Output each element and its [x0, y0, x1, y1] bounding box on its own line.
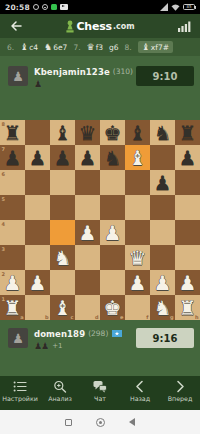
square-g7[interactable]	[150, 145, 175, 170]
avatar-pawn-icon: ♟	[12, 332, 24, 345]
android-back-button[interactable]	[129, 418, 135, 426]
square-f8[interactable]: ♝	[125, 120, 150, 145]
bishop-move-icon: ♝	[20, 43, 28, 52]
somalia-flag-icon	[112, 330, 122, 337]
square-b4[interactable]	[25, 220, 50, 245]
chat-bubbles-icon	[93, 380, 107, 393]
material-score: +1	[52, 342, 62, 350]
piece-white-pawn-a2[interactable]: ♟	[4, 273, 22, 293]
video-player-icon	[60, 4, 68, 10]
tab-forward-label: Вперед	[168, 395, 193, 402]
android-recents-button[interactable]	[65, 419, 72, 426]
piece-black-bishop-f8[interactable]: ♝	[129, 123, 147, 143]
square-c2[interactable]	[50, 270, 75, 295]
square-c5[interactable]	[50, 195, 75, 220]
piece-black-pawn-b7[interactable]: ♟	[29, 148, 47, 168]
top-captured-pieces: ♟	[34, 79, 147, 89]
square-e1[interactable]: e♚	[100, 295, 125, 320]
bottom-player-avatar[interactable]: ♟	[8, 328, 28, 348]
piece-white-pawn-e4[interactable]: ♟	[104, 223, 122, 243]
battery-percent: 85	[186, 4, 191, 9]
square-h6[interactable]	[175, 170, 200, 195]
move[interactable]: ♛f3	[87, 43, 104, 52]
piece-black-knight-e7[interactable]: ♞	[104, 148, 122, 168]
square-d4[interactable]: ♟	[75, 220, 100, 245]
square-b8[interactable]	[25, 120, 50, 145]
square-d6[interactable]	[75, 170, 100, 195]
screen-record-icon	[51, 4, 57, 10]
rank-label-4: 4	[2, 221, 5, 227]
file-label-d: d	[95, 314, 99, 320]
piece-white-pawn-f2[interactable]: ♟	[129, 273, 147, 293]
wifi-icon	[171, 3, 180, 11]
knight-move-icon: ♞	[44, 43, 52, 52]
move-text: g6	[109, 43, 119, 52]
square-h3[interactable]	[175, 245, 200, 270]
square-b1[interactable]: b	[25, 295, 50, 320]
square-f3[interactable]: ♛	[125, 245, 150, 270]
square-g8[interactable]: ♞	[150, 120, 175, 145]
square-a7[interactable]: 7♟	[0, 145, 25, 170]
chevron-left-icon	[133, 380, 147, 393]
dnd-icon	[42, 4, 48, 10]
tab-chat[interactable]: Чат	[80, 380, 120, 410]
square-g5[interactable]	[150, 195, 175, 220]
piece-white-knight-g1[interactable]: ♞	[154, 298, 172, 318]
move-text: f3	[96, 43, 103, 52]
piece-white-pawn-d4[interactable]: ♟	[79, 223, 97, 243]
square-e6[interactable]	[100, 170, 125, 195]
file-label-e: e	[120, 314, 123, 320]
move-text: 6e7	[53, 43, 67, 52]
rank-label-3: 3	[2, 246, 5, 252]
back-arrow-icon	[9, 20, 23, 32]
piece-black-rook-h8[interactable]: ♜	[179, 123, 197, 143]
rank-label-5: 5	[2, 196, 5, 202]
android-home-button[interactable]	[96, 418, 105, 427]
rank-label-7: 7	[2, 146, 5, 152]
square-f1[interactable]: f	[125, 295, 150, 320]
square-f6[interactable]	[125, 170, 150, 195]
square-c6[interactable]	[50, 170, 75, 195]
piece-black-bishop-c8[interactable]: ♝	[54, 123, 72, 143]
alarm-icon	[33, 4, 39, 10]
square-b7[interactable]: ♟	[25, 145, 50, 170]
square-f4[interactable]	[125, 220, 150, 245]
file-label-c: c	[71, 314, 74, 320]
bottom-player-area: ♟ domen189 (298) ♟♟+1 9:16	[0, 320, 200, 376]
square-b6[interactable]	[25, 170, 50, 195]
square-a5[interactable]: 5	[0, 195, 25, 220]
square-a4[interactable]: 4	[0, 220, 25, 245]
rank-label-1: 1	[2, 296, 5, 302]
bottom-nav: Настройки Анализ Чат Назад Вперед	[0, 376, 200, 410]
tab-back-move[interactable]: Назад	[120, 380, 160, 410]
piece-white-knight-c3[interactable]: ♞	[54, 248, 72, 268]
top-player-avatar[interactable]: ♟	[8, 66, 28, 86]
piece-black-king-e8[interactable]: ♚	[104, 123, 122, 143]
square-h2[interactable]: ♟	[175, 270, 200, 295]
square-f7[interactable]: ♝	[125, 145, 150, 170]
tab-analysis-label: Анализ	[48, 395, 72, 402]
piece-black-queen-d8[interactable]: ♛	[79, 123, 97, 143]
piece-black-pawn-h7[interactable]: ♟	[179, 148, 197, 168]
piece-white-bishop-c1[interactable]: ♝	[54, 298, 72, 318]
tab-chat-label: Чат	[94, 395, 106, 402]
move-text: c4	[29, 43, 38, 52]
move[interactable]: g6	[109, 43, 119, 52]
piece-white-rook-h1[interactable]: ♜	[179, 298, 197, 318]
square-a6[interactable]: 6	[0, 170, 25, 195]
piece-black-pawn-c7[interactable]: ♟	[54, 148, 72, 168]
analysis-magnifier-icon	[53, 380, 67, 393]
logo-pawn-icon	[65, 20, 75, 33]
battery-icon: 85	[183, 4, 195, 10]
bishop-move-icon: ♝	[142, 43, 150, 52]
tab-analysis[interactable]: Анализ	[40, 380, 80, 410]
square-g1[interactable]: g♞	[150, 295, 175, 320]
bottom-captured-pieces: ♟♟+1	[34, 341, 122, 351]
square-e4[interactable]: ♟	[100, 220, 125, 245]
square-c3[interactable]: ♞	[50, 245, 75, 270]
top-player-name[interactable]: Kbenjamin123e	[34, 67, 110, 77]
file-label-h: h	[195, 314, 199, 320]
avatar-pawn-icon: ♟	[12, 70, 24, 83]
square-b5[interactable]	[25, 195, 50, 220]
square-d5[interactable]	[75, 195, 100, 220]
square-g2[interactable]: ♟	[150, 270, 175, 295]
square-g4[interactable]	[150, 220, 175, 245]
tab-settings[interactable]: Настройки	[0, 380, 40, 410]
bottom-player-clock: 9:16	[136, 328, 194, 348]
square-b2[interactable]: ♟	[25, 270, 50, 295]
signal-bars-icon	[178, 21, 191, 32]
chess-board[interactable]: 8♜♝♛♚♝♞♜7♟♟♟♟♞♝♟6♟54♟♟3♞♛2♟♟♟♟♟1a♜bc♝de♚…	[0, 120, 200, 320]
captured-pawn-icon: ♟	[34, 80, 42, 89]
move[interactable]: ♞6e7	[44, 43, 67, 52]
app-header: Chess .com	[0, 14, 200, 38]
square-d8[interactable]: ♛	[75, 120, 100, 145]
bottom-player-name[interactable]: domen189	[34, 329, 85, 339]
square-e3[interactable]	[100, 245, 125, 270]
logo-tld: .com	[113, 22, 135, 33]
move-number: 8.	[125, 43, 132, 52]
file-label-a: a	[20, 314, 23, 320]
top-player-clock: 9:10	[136, 66, 194, 86]
file-label-g: g	[170, 314, 174, 320]
square-a3[interactable]: 3	[0, 245, 25, 270]
piece-black-pawn-d7[interactable]: ♟	[79, 148, 97, 168]
square-h8[interactable]: ♜	[175, 120, 200, 145]
piece-white-queen-f3[interactable]: ♛	[129, 248, 147, 268]
back-button[interactable]	[9, 20, 39, 32]
square-c4[interactable]	[50, 220, 75, 245]
piece-white-bishop-f7[interactable]: ♝	[129, 148, 147, 168]
move-current[interactable]: ♝xf7#	[138, 41, 173, 53]
top-player-area: ♟ Kbenjamin123e (310) ♟ 9:10	[0, 56, 200, 120]
square-h5[interactable]	[175, 195, 200, 220]
piece-white-king-e1[interactable]: ♚	[104, 298, 122, 318]
rank-label-8: 8	[2, 121, 5, 127]
piece-white-rook-a1[interactable]: ♜	[4, 298, 22, 318]
status-bar: 20:58 85	[0, 0, 200, 14]
piece-black-knight-g8[interactable]: ♞	[154, 123, 172, 143]
piece-black-pawn-a7[interactable]: ♟	[4, 148, 22, 168]
captured-pawn-icon: ♟	[41, 342, 49, 351]
square-g3[interactable]	[150, 245, 175, 270]
square-e5[interactable]	[100, 195, 125, 220]
chesscom-logo: Chess .com	[39, 20, 161, 33]
square-b3[interactable]	[25, 245, 50, 270]
move[interactable]: ♝c4	[20, 43, 38, 52]
file-label-b: b	[45, 314, 49, 320]
square-g6[interactable]: ♟	[150, 170, 175, 195]
signal-icon	[160, 3, 168, 11]
square-a2[interactable]: 2♟	[0, 270, 25, 295]
square-d7[interactable]: ♟	[75, 145, 100, 170]
square-f2[interactable]: ♟	[125, 270, 150, 295]
piece-white-pawn-g2[interactable]: ♟	[154, 273, 172, 293]
square-a1[interactable]: 1a♜	[0, 295, 25, 320]
rank-label-6: 6	[2, 171, 5, 177]
tab-settings-label: Настройки	[2, 395, 38, 402]
square-e2[interactable]	[100, 270, 125, 295]
bottom-player-rating: (298)	[88, 329, 108, 338]
clock-time: 20:58	[5, 3, 30, 12]
rank-label-2: 2	[2, 271, 5, 277]
settings-list-icon	[13, 380, 27, 393]
square-f5[interactable]	[125, 195, 150, 220]
chevron-right-icon	[173, 380, 187, 393]
connection-stats-button[interactable]	[161, 21, 191, 32]
tab-forward-move[interactable]: Вперед	[160, 380, 200, 410]
top-player-rating: (310)	[113, 67, 133, 76]
logo-text: Chess	[76, 20, 111, 33]
square-a8[interactable]: 8♜	[0, 120, 25, 145]
move-number: 7.	[73, 43, 80, 52]
square-e8[interactable]: ♚	[100, 120, 125, 145]
square-d2[interactable]	[75, 270, 100, 295]
square-d1[interactable]: d	[75, 295, 100, 320]
tab-back-label: Назад	[130, 395, 150, 402]
square-e7[interactable]: ♞	[100, 145, 125, 170]
square-d3[interactable]	[75, 245, 100, 270]
square-h4[interactable]	[175, 220, 200, 245]
queen-move-icon: ♛	[87, 43, 95, 52]
android-nav-bar	[0, 410, 200, 434]
square-h7[interactable]: ♟	[175, 145, 200, 170]
square-c8[interactable]: ♝	[50, 120, 75, 145]
square-c7[interactable]: ♟	[50, 145, 75, 170]
square-h1[interactable]: h♜	[175, 295, 200, 320]
piece-black-pawn-g6[interactable]: ♟	[154, 173, 172, 193]
piece-black-rook-a8[interactable]: ♜	[4, 123, 22, 143]
piece-white-pawn-h2[interactable]: ♟	[179, 273, 197, 293]
file-label-f: f	[146, 314, 148, 320]
piece-white-pawn-b2[interactable]: ♟	[29, 273, 47, 293]
move-text: xf7#	[151, 43, 169, 52]
move-list[interactable]: 6.♝c4♞6e77.♛f3g68.♝xf7#	[0, 38, 200, 56]
square-c1[interactable]: c♝	[50, 295, 75, 320]
move-number: 6.	[7, 43, 14, 52]
